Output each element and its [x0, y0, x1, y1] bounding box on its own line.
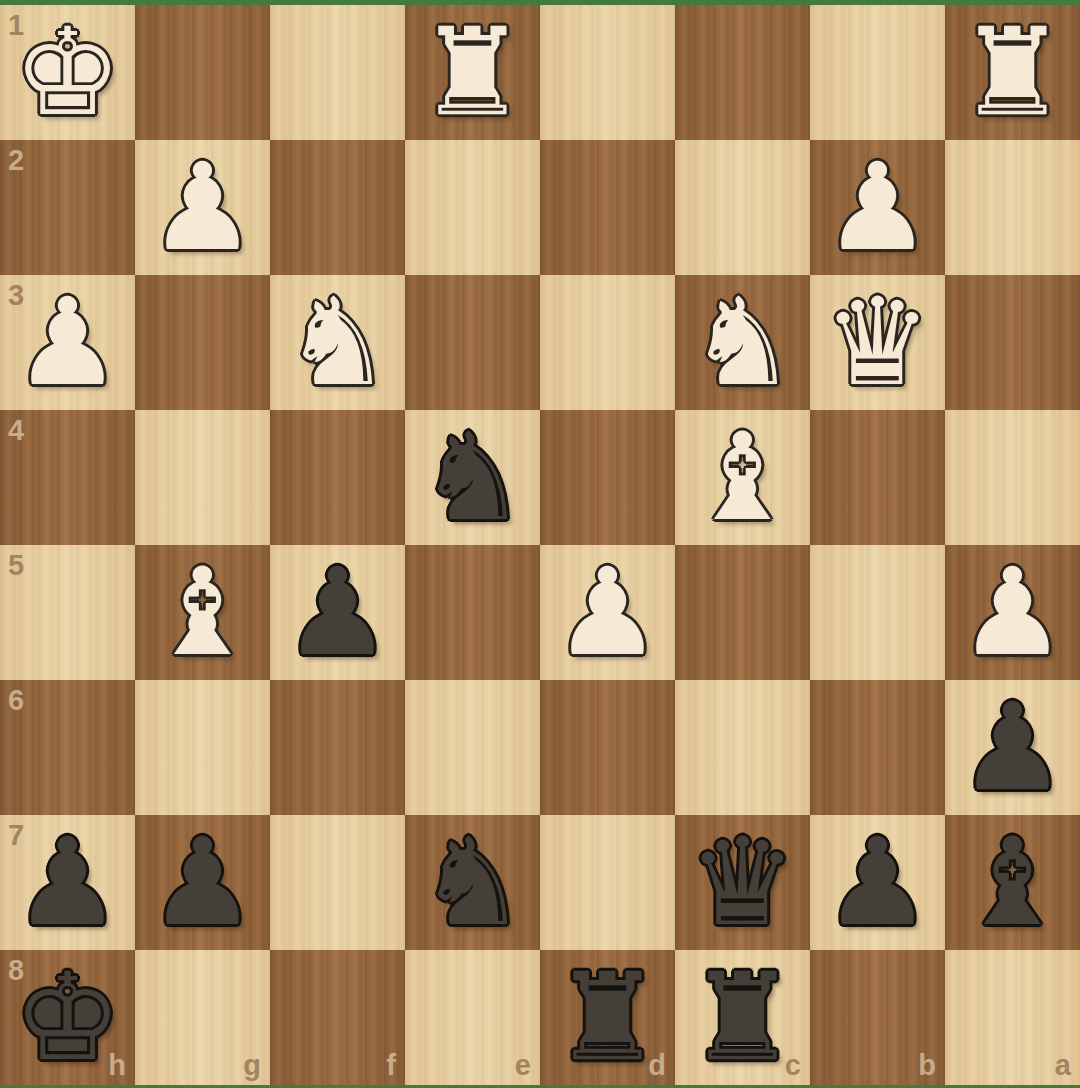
square-d1[interactable] — [540, 5, 675, 140]
square-b3[interactable]: ♛ — [810, 275, 945, 410]
square-f8[interactable]: f — [270, 950, 405, 1085]
square-a5[interactable]: ♟ — [945, 545, 1080, 680]
rank-label-6: 6 — [8, 686, 24, 715]
white-pawn-h3[interactable]: ♟ — [0, 275, 135, 410]
white-bishop-g5[interactable]: ♝ — [135, 545, 270, 680]
table-background: 1♚♜♜2♟♟3♟♞♞♛4♞♝5♝♟♟♟6♟7♟♟♞♛♟♝8h♚gfed♜c♜b… — [0, 0, 1080, 1088]
white-pawn-d5[interactable]: ♟ — [540, 545, 675, 680]
square-f4[interactable] — [270, 410, 405, 545]
black-pawn-g7[interactable]: ♟ — [135, 815, 270, 950]
square-e3[interactable] — [405, 275, 540, 410]
square-g2[interactable]: ♟ — [135, 140, 270, 275]
square-b8[interactable]: b — [810, 950, 945, 1085]
black-queen-c7[interactable]: ♛ — [675, 815, 810, 950]
square-f7[interactable] — [270, 815, 405, 950]
square-f2[interactable] — [270, 140, 405, 275]
square-g4[interactable] — [135, 410, 270, 545]
black-rook-d8[interactable]: ♜ — [540, 950, 675, 1085]
square-c6[interactable] — [675, 680, 810, 815]
square-b1[interactable] — [810, 5, 945, 140]
rank-label-2: 2 — [8, 146, 24, 175]
white-pawn-b2[interactable]: ♟ — [810, 140, 945, 275]
white-rook-e1[interactable]: ♜ — [405, 5, 540, 140]
square-b5[interactable] — [810, 545, 945, 680]
black-pawn-h7[interactable]: ♟ — [0, 815, 135, 950]
square-e2[interactable] — [405, 140, 540, 275]
black-pawn-b7[interactable]: ♟ — [810, 815, 945, 950]
square-e5[interactable] — [405, 545, 540, 680]
black-knight-e7[interactable]: ♞ — [405, 815, 540, 950]
white-pawn-g2[interactable]: ♟ — [135, 140, 270, 275]
rank-label-5: 5 — [8, 551, 24, 580]
square-b4[interactable] — [810, 410, 945, 545]
square-a4[interactable] — [945, 410, 1080, 545]
file-label-f: f — [386, 1051, 396, 1080]
square-d7[interactable] — [540, 815, 675, 950]
square-f6[interactable] — [270, 680, 405, 815]
square-h8[interactable]: 8h♚ — [0, 950, 135, 1085]
square-g1[interactable] — [135, 5, 270, 140]
square-c4[interactable]: ♝ — [675, 410, 810, 545]
square-f3[interactable]: ♞ — [270, 275, 405, 410]
black-bishop-a7[interactable]: ♝ — [945, 815, 1080, 950]
square-b7[interactable]: ♟ — [810, 815, 945, 950]
square-h4[interactable]: 4 — [0, 410, 135, 545]
square-f5[interactable]: ♟ — [270, 545, 405, 680]
black-pawn-f5[interactable]: ♟ — [270, 545, 405, 680]
square-a6[interactable]: ♟ — [945, 680, 1080, 815]
square-d8[interactable]: d♜ — [540, 950, 675, 1085]
rank-label-4: 4 — [8, 416, 24, 445]
square-g5[interactable]: ♝ — [135, 545, 270, 680]
black-knight-e4[interactable]: ♞ — [405, 410, 540, 545]
square-d6[interactable] — [540, 680, 675, 815]
square-g3[interactable] — [135, 275, 270, 410]
white-knight-c3[interactable]: ♞ — [675, 275, 810, 410]
square-c5[interactable] — [675, 545, 810, 680]
chess-board[interactable]: 1♚♜♜2♟♟3♟♞♞♛4♞♝5♝♟♟♟6♟7♟♟♞♛♟♝8h♚gfed♜c♜b… — [0, 5, 1080, 1085]
square-g7[interactable]: ♟ — [135, 815, 270, 950]
white-pawn-a5[interactable]: ♟ — [945, 545, 1080, 680]
square-c3[interactable]: ♞ — [675, 275, 810, 410]
file-label-a: a — [1055, 1051, 1071, 1080]
square-g8[interactable]: g — [135, 950, 270, 1085]
square-e8[interactable]: e — [405, 950, 540, 1085]
square-a8[interactable]: a — [945, 950, 1080, 1085]
square-h1[interactable]: 1♚ — [0, 5, 135, 140]
square-d5[interactable]: ♟ — [540, 545, 675, 680]
square-a2[interactable] — [945, 140, 1080, 275]
square-b2[interactable]: ♟ — [810, 140, 945, 275]
white-queen-b3[interactable]: ♛ — [810, 275, 945, 410]
file-label-g: g — [243, 1051, 261, 1080]
square-f1[interactable] — [270, 5, 405, 140]
white-knight-f3[interactable]: ♞ — [270, 275, 405, 410]
black-king-h8[interactable]: ♚ — [0, 950, 135, 1085]
square-g6[interactable] — [135, 680, 270, 815]
square-c2[interactable] — [675, 140, 810, 275]
square-b6[interactable] — [810, 680, 945, 815]
square-c1[interactable] — [675, 5, 810, 140]
square-a3[interactable] — [945, 275, 1080, 410]
square-a7[interactable]: ♝ — [945, 815, 1080, 950]
square-h2[interactable]: 2 — [0, 140, 135, 275]
square-h5[interactable]: 5 — [0, 545, 135, 680]
white-bishop-c4[interactable]: ♝ — [675, 410, 810, 545]
square-e4[interactable]: ♞ — [405, 410, 540, 545]
white-king-h1[interactable]: ♚ — [0, 5, 135, 140]
square-d4[interactable] — [540, 410, 675, 545]
square-c7[interactable]: ♛ — [675, 815, 810, 950]
square-h6[interactable]: 6 — [0, 680, 135, 815]
square-a1[interactable]: ♜ — [945, 5, 1080, 140]
file-label-b: b — [918, 1051, 936, 1080]
square-d3[interactable] — [540, 275, 675, 410]
black-pawn-a6[interactable]: ♟ — [945, 680, 1080, 815]
white-rook-a1[interactable]: ♜ — [945, 5, 1080, 140]
square-d2[interactable] — [540, 140, 675, 275]
square-e1[interactable]: ♜ — [405, 5, 540, 140]
file-label-e: e — [515, 1051, 531, 1080]
square-e6[interactable] — [405, 680, 540, 815]
square-c8[interactable]: c♜ — [675, 950, 810, 1085]
square-e7[interactable]: ♞ — [405, 815, 540, 950]
square-h3[interactable]: 3♟ — [0, 275, 135, 410]
square-h7[interactable]: 7♟ — [0, 815, 135, 950]
black-rook-c8[interactable]: ♜ — [675, 950, 810, 1085]
